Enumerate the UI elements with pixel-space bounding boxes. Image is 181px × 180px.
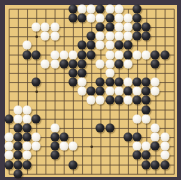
- stone-black: [68, 13, 77, 22]
- stone-black: [23, 123, 32, 132]
- stone-white: [105, 68, 114, 77]
- stone-black: [105, 13, 114, 22]
- stone-black: [59, 133, 68, 142]
- stone-white: [50, 123, 59, 132]
- stone-white: [105, 4, 114, 13]
- stone-white: [133, 50, 142, 59]
- stone-white: [123, 23, 132, 32]
- stone-white: [114, 23, 123, 32]
- stone-black: [114, 41, 123, 50]
- stone-black: [123, 50, 132, 59]
- stone-white: [105, 41, 114, 50]
- stone-white: [87, 4, 96, 13]
- stone-black: [142, 96, 151, 105]
- stone-white: [78, 78, 87, 87]
- stone-white: [151, 123, 160, 132]
- stone-black: [68, 59, 77, 68]
- stone-black: [142, 105, 151, 114]
- stone-black: [23, 160, 32, 169]
- stone-black: [13, 151, 22, 160]
- stone-black: [142, 23, 151, 32]
- stone-white: [142, 50, 151, 59]
- stone-black: [23, 50, 32, 59]
- star-point: [90, 145, 93, 148]
- stone-black: [4, 114, 13, 123]
- stone-black: [114, 96, 123, 105]
- stone-black: [151, 160, 160, 169]
- stone-white: [123, 32, 132, 41]
- stone-black: [133, 78, 142, 87]
- stone-black: [50, 151, 59, 160]
- stone-black: [68, 78, 77, 87]
- stone-black: [133, 151, 142, 160]
- stone-black: [105, 23, 114, 32]
- stone-white: [114, 4, 123, 13]
- stone-black: [23, 133, 32, 142]
- stone-black: [87, 50, 96, 59]
- stone-white: [13, 114, 22, 123]
- stone-black: [87, 41, 96, 50]
- stone-white: [142, 114, 151, 123]
- stone-black: [13, 169, 22, 178]
- stone-white: [50, 23, 59, 32]
- stone-black: [96, 78, 105, 87]
- stone-white: [50, 32, 59, 41]
- stone-white: [87, 13, 96, 22]
- stone-white: [4, 133, 13, 142]
- stone-black: [133, 32, 142, 41]
- stone-white: [105, 87, 114, 96]
- stone-black: [123, 87, 132, 96]
- stone-white: [4, 151, 13, 160]
- stone-white: [114, 87, 123, 96]
- stone-white: [123, 59, 132, 68]
- stone-black: [151, 142, 160, 151]
- stone-black: [133, 4, 142, 13]
- stone-black: [151, 50, 160, 59]
- stone-black: [78, 41, 87, 50]
- board-frame: [0, 0, 181, 180]
- stone-white: [4, 142, 13, 151]
- stone-black: [123, 41, 132, 50]
- stone-white: [78, 4, 87, 13]
- stone-white: [78, 87, 87, 96]
- stone-black: [50, 133, 59, 142]
- stone-black: [96, 4, 105, 13]
- stone-white: [50, 50, 59, 59]
- stone-white: [23, 142, 32, 151]
- stone-white: [68, 142, 77, 151]
- stone-black: [87, 32, 96, 41]
- stone-black: [78, 68, 87, 77]
- stone-white: [23, 151, 32, 160]
- stone-white: [151, 78, 160, 87]
- stone-black: [105, 78, 114, 87]
- stone-white: [105, 50, 114, 59]
- stone-black: [78, 13, 87, 22]
- stone-black: [151, 59, 160, 68]
- stone-white: [68, 50, 77, 59]
- stone-black: [105, 123, 114, 132]
- stone-white: [23, 105, 32, 114]
- stone-white: [96, 13, 105, 22]
- go-board[interactable]: [5, 5, 178, 177]
- stone-black: [13, 142, 22, 151]
- stone-white: [160, 142, 169, 151]
- stone-white: [160, 133, 169, 142]
- stone-black: [114, 78, 123, 87]
- stone-white: [105, 59, 114, 68]
- stone-black: [13, 160, 22, 169]
- stone-white: [41, 32, 50, 41]
- stone-white: [50, 59, 59, 68]
- stone-black: [142, 160, 151, 169]
- stone-black: [13, 133, 22, 142]
- stone-black: [160, 160, 169, 169]
- stone-black: [105, 96, 114, 105]
- stone-white: [32, 133, 41, 142]
- stone-white: [133, 142, 142, 151]
- stone-white: [32, 142, 41, 151]
- stone-black: [32, 114, 41, 123]
- stone-black: [133, 133, 142, 142]
- stone-black: [78, 59, 87, 68]
- stone-white: [96, 59, 105, 68]
- stone-black: [96, 123, 105, 132]
- stone-white: [32, 23, 41, 32]
- stone-black: [59, 59, 68, 68]
- stone-white: [123, 96, 132, 105]
- stone-white: [59, 50, 68, 59]
- stone-black: [78, 50, 87, 59]
- stone-white: [151, 87, 160, 96]
- stone-white: [114, 50, 123, 59]
- stone-black: [133, 96, 142, 105]
- stone-white: [96, 41, 105, 50]
- stone-black: [160, 50, 169, 59]
- stone-black: [4, 160, 13, 169]
- stone-black: [50, 142, 59, 151]
- stone-white: [13, 105, 22, 114]
- stone-black: [133, 23, 142, 32]
- stone-black: [142, 87, 151, 96]
- stone-black: [68, 160, 77, 169]
- stone-white: [41, 23, 50, 32]
- stone-white: [123, 78, 132, 87]
- stone-white: [133, 87, 142, 96]
- stone-black: [32, 50, 41, 59]
- stone-white: [123, 13, 132, 22]
- stone-black: [68, 68, 77, 77]
- stone-black: [68, 4, 77, 13]
- stone-white: [105, 32, 114, 41]
- stone-white: [41, 59, 50, 68]
- stone-white: [96, 32, 105, 41]
- stone-black: [142, 151, 151, 160]
- stone-white: [151, 133, 160, 142]
- stone-white: [142, 142, 151, 151]
- stone-black: [96, 23, 105, 32]
- stone-black: [96, 87, 105, 96]
- stone-white: [96, 96, 105, 105]
- stone-white: [23, 41, 32, 50]
- stone-black: [32, 78, 41, 87]
- stone-black: [13, 123, 22, 132]
- stone-black: [142, 32, 151, 41]
- stone-white: [59, 142, 68, 151]
- stone-black: [142, 78, 151, 87]
- stone-black: [87, 87, 96, 96]
- star-point: [35, 35, 38, 38]
- stone-black: [133, 13, 142, 22]
- stone-black: [123, 133, 132, 142]
- stone-white: [23, 114, 32, 123]
- stone-black: [114, 59, 123, 68]
- stone-white: [114, 32, 123, 41]
- stone-white: [114, 13, 123, 22]
- star-point: [35, 90, 38, 93]
- stone-white: [160, 151, 169, 160]
- stone-white: [87, 96, 96, 105]
- stone-white: [133, 114, 142, 123]
